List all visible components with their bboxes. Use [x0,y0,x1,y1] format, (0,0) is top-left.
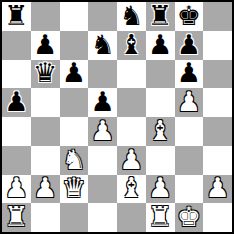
chess-board: ♜♞♜♚♟♞♝♟♟♛♟♟♟♟♟♟♝♞♟♟♟♛♝♟♟♜♜♚ [0,0,234,234]
square-e4[interactable] [117,117,146,146]
square-h3[interactable] [203,146,232,175]
square-a2[interactable]: ♟ [2,175,31,204]
square-e7[interactable]: ♝ [117,31,146,60]
square-b6[interactable]: ♛ [31,60,60,89]
square-e6[interactable] [117,60,146,89]
square-b3[interactable] [31,146,60,175]
square-h1[interactable] [203,203,232,232]
square-h4[interactable] [203,117,232,146]
square-f8[interactable]: ♜ [146,2,175,31]
piece-black-bishop: ♝ [119,31,143,58]
square-g7[interactable]: ♟ [175,31,204,60]
square-g4[interactable] [175,117,204,146]
square-c6[interactable]: ♟ [60,60,89,89]
piece-white-rook: ♜ [4,203,28,230]
square-b1[interactable] [31,203,60,232]
square-d2[interactable] [88,175,117,204]
square-a6[interactable] [2,60,31,89]
square-a7[interactable] [2,31,31,60]
square-g8[interactable]: ♚ [175,2,204,31]
square-g6[interactable]: ♟ [175,60,204,89]
square-e3[interactable]: ♟ [117,146,146,175]
square-f3[interactable] [146,146,175,175]
square-c5[interactable] [60,88,89,117]
piece-white-bishop: ♝ [119,175,143,202]
square-g5[interactable]: ♟ [175,88,204,117]
square-b7[interactable]: ♟ [31,31,60,60]
piece-black-knight: ♞ [91,31,115,58]
piece-black-pawn: ♟ [91,88,115,115]
piece-white-pawn: ♟ [119,146,143,173]
square-f4[interactable]: ♝ [146,117,175,146]
piece-white-pawn: ♟ [206,175,230,202]
piece-black-rook: ♜ [148,2,172,29]
square-d1[interactable] [88,203,117,232]
square-b8[interactable] [31,2,60,31]
piece-black-pawn: ♟ [148,31,172,58]
piece-black-rook: ♜ [4,2,28,29]
piece-black-king: ♚ [177,2,201,29]
square-b4[interactable] [31,117,60,146]
square-d7[interactable]: ♞ [88,31,117,60]
square-h2[interactable]: ♟ [203,175,232,204]
square-h5[interactable] [203,88,232,117]
piece-white-bishop: ♝ [148,117,172,144]
piece-white-pawn: ♟ [33,175,57,202]
piece-black-pawn: ♟ [62,60,86,87]
square-h6[interactable] [203,60,232,89]
square-c2[interactable]: ♛ [60,175,89,204]
piece-black-pawn: ♟ [4,88,28,115]
piece-white-pawn: ♟ [148,175,172,202]
square-e1[interactable] [117,203,146,232]
square-d4[interactable]: ♟ [88,117,117,146]
square-c7[interactable] [60,31,89,60]
piece-white-knight: ♞ [62,146,86,173]
piece-black-pawn: ♟ [33,31,57,58]
square-b2[interactable]: ♟ [31,175,60,204]
square-f1[interactable]: ♜ [146,203,175,232]
piece-white-pawn: ♟ [91,117,115,144]
square-c1[interactable] [60,203,89,232]
board-wrap: ♜♞♜♚♟♞♝♟♟♛♟♟♟♟♟♟♝♞♟♟♟♛♝♟♟♜♜♚ [0,0,234,234]
piece-white-king: ♚ [177,203,201,230]
square-e8[interactable]: ♞ [117,2,146,31]
square-a8[interactable]: ♜ [2,2,31,31]
square-d8[interactable] [88,2,117,31]
square-g2[interactable] [175,175,204,204]
piece-black-knight: ♞ [119,2,143,29]
square-c3[interactable]: ♞ [60,146,89,175]
square-d5[interactable]: ♟ [88,88,117,117]
piece-black-pawn: ♟ [177,31,201,58]
square-a1[interactable]: ♜ [2,203,31,232]
piece-white-queen: ♛ [62,175,86,202]
square-c8[interactable] [60,2,89,31]
square-f5[interactable] [146,88,175,117]
square-f2[interactable]: ♟ [146,175,175,204]
piece-black-pawn: ♟ [177,60,201,87]
square-d3[interactable] [88,146,117,175]
piece-white-pawn: ♟ [177,88,201,115]
square-a3[interactable] [2,146,31,175]
piece-black-queen: ♛ [33,60,57,87]
piece-white-pawn: ♟ [4,175,28,202]
square-c4[interactable] [60,117,89,146]
square-g1[interactable]: ♚ [175,203,204,232]
square-e5[interactable] [117,88,146,117]
square-b5[interactable] [31,88,60,117]
square-d6[interactable] [88,60,117,89]
square-f7[interactable]: ♟ [146,31,175,60]
square-g3[interactable] [175,146,204,175]
piece-white-rook: ♜ [148,203,172,230]
square-a4[interactable] [2,117,31,146]
square-h7[interactable] [203,31,232,60]
square-f6[interactable] [146,60,175,89]
square-e2[interactable]: ♝ [117,175,146,204]
square-h8[interactable] [203,2,232,31]
square-a5[interactable]: ♟ [2,88,31,117]
